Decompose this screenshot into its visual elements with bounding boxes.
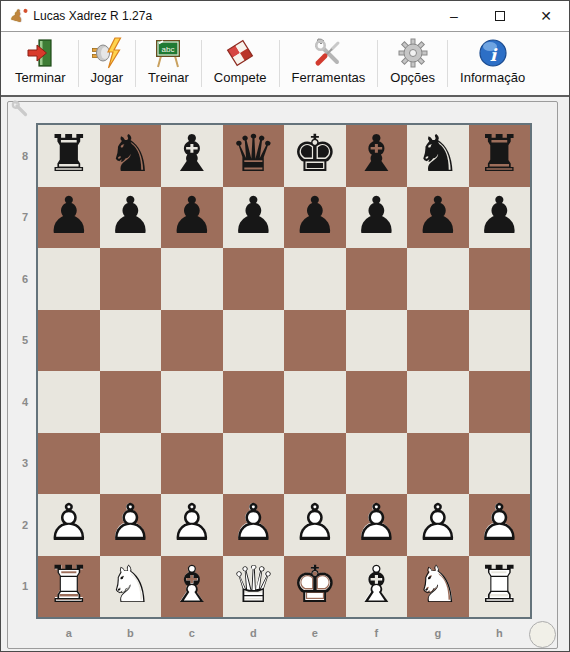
white-pawn[interactable]: ♟♙: [107, 497, 153, 548]
terminar-label: Terminar: [15, 70, 66, 85]
white-bishop[interactable]: ♝♗: [169, 559, 215, 610]
black-king[interactable]: ♚: [292, 128, 338, 179]
chalkboard-icon: abc: [152, 37, 184, 69]
square-g7[interactable]: ♟: [407, 187, 469, 249]
square-c2[interactable]: ♟♙: [161, 494, 223, 556]
square-f3[interactable]: [346, 433, 408, 495]
square-b4[interactable]: [100, 371, 162, 433]
square-g5[interactable]: [407, 310, 469, 372]
square-f6[interactable]: [346, 248, 408, 310]
square-h7[interactable]: ♟: [469, 187, 531, 249]
black-knight[interactable]: ♞: [107, 128, 153, 179]
compete-label: Compete: [214, 70, 267, 85]
square-h1[interactable]: ♜♖: [469, 556, 531, 618]
compete-button[interactable]: Compete: [204, 35, 277, 95]
square-e1[interactable]: ♚♔: [284, 556, 346, 618]
square-c6[interactable]: [161, 248, 223, 310]
square-b5[interactable]: [100, 310, 162, 372]
toolbar-separator: [78, 40, 79, 87]
rank-label-1: 1: [17, 556, 33, 618]
white-pawn[interactable]: ♟♙: [292, 497, 338, 548]
maximize-icon: [495, 11, 505, 21]
white-knight[interactable]: ♞♘: [107, 559, 153, 610]
square-b7[interactable]: ♟: [100, 187, 162, 249]
window-controls: – ✕: [431, 1, 569, 31]
square-d3[interactable]: [223, 433, 285, 495]
square-e5[interactable]: [284, 310, 346, 372]
rank-label-3: 3: [17, 433, 33, 495]
square-h5[interactable]: [469, 310, 531, 372]
white-knight[interactable]: ♞♘: [415, 559, 461, 610]
jogar-button[interactable]: Jogar: [81, 35, 134, 95]
file-label-h: h: [469, 623, 531, 643]
square-e7[interactable]: ♟: [284, 187, 346, 249]
square-g6[interactable]: [407, 248, 469, 310]
square-e8[interactable]: ♚: [284, 125, 346, 187]
square-f7[interactable]: ♟: [346, 187, 408, 249]
square-a6[interactable]: [38, 248, 100, 310]
square-e4[interactable]: [284, 371, 346, 433]
square-f4[interactable]: [346, 371, 408, 433]
white-rook[interactable]: ♜♖: [476, 559, 522, 610]
rank-label-4: 4: [17, 371, 33, 433]
window-title: Lucas Xadrez R 1.27a: [33, 9, 152, 23]
square-a4[interactable]: [38, 371, 100, 433]
close-button[interactable]: ✕: [523, 1, 569, 31]
square-f8[interactable]: ♝: [346, 125, 408, 187]
square-d5[interactable]: [223, 310, 285, 372]
jogar-label: Jogar: [91, 70, 124, 85]
black-pawn[interactable]: ♟: [107, 190, 153, 241]
square-g3[interactable]: [407, 433, 469, 495]
black-pawn[interactable]: ♟: [476, 190, 522, 241]
rank-label-2: 2: [17, 494, 33, 556]
square-b6[interactable]: [100, 248, 162, 310]
rank-label-8: 8: [17, 125, 33, 187]
opcoes-label: Opções: [390, 70, 435, 85]
square-a2[interactable]: ♟♙: [38, 494, 100, 556]
treinar-label: Treinar: [148, 70, 189, 85]
square-a7[interactable]: ♟: [38, 187, 100, 249]
ferramentas-label: Ferramentas: [292, 70, 366, 85]
square-b2[interactable]: ♟♙: [100, 494, 162, 556]
square-b3[interactable]: [100, 433, 162, 495]
square-g8[interactable]: ♞: [407, 125, 469, 187]
square-f5[interactable]: [346, 310, 408, 372]
square-d7[interactable]: ♟: [223, 187, 285, 249]
checkered-diamond-icon: [224, 37, 256, 69]
square-h4[interactable]: [469, 371, 531, 433]
board-panel: 87654321 ♜♞♝♛♚♝♞♜♟♟♟♟♟♟♟♟♟♙♟♙♟♙♟♙♟♙♟♙♟♙♟…: [7, 101, 558, 649]
square-b8[interactable]: ♞: [100, 125, 162, 187]
square-e3[interactable]: [284, 433, 346, 495]
toolbar-separator: [377, 40, 378, 87]
black-bishop[interactable]: ♝: [169, 128, 215, 179]
white-pawn[interactable]: ♟♙: [46, 497, 92, 548]
rank-label-7: 7: [17, 187, 33, 249]
file-labels: abcdefgh: [38, 623, 530, 643]
title-bar: ♟ Lucas Xadrez R 1.27a – ✕: [1, 1, 569, 32]
app-window: ♟ Lucas Xadrez R 1.27a – ✕ Terminar: [0, 0, 570, 652]
close-icon: ✕: [540, 8, 552, 24]
toolbar-separator: [201, 40, 202, 87]
white-king[interactable]: ♚♔: [292, 559, 338, 610]
chess-board: ♜♞♝♛♚♝♞♜♟♟♟♟♟♟♟♟♟♙♟♙♟♙♟♙♟♙♟♙♟♙♟♙♜♖♞♘♝♗♛♕…: [38, 125, 530, 617]
square-c3[interactable]: [161, 433, 223, 495]
minimize-button[interactable]: –: [431, 1, 477, 31]
square-f2[interactable]: ♟♙: [346, 494, 408, 556]
exit-door-icon: [24, 37, 56, 69]
square-c1[interactable]: ♝♗: [161, 556, 223, 618]
main-area: 87654321 ♜♞♝♛♚♝♞♜♟♟♟♟♟♟♟♟♟♙♟♙♟♙♟♙♟♙♟♙♟♙♟…: [1, 99, 569, 651]
square-c7[interactable]: ♟: [161, 187, 223, 249]
square-c4[interactable]: [161, 371, 223, 433]
toolbar-separator: [447, 40, 448, 87]
file-label-g: g: [407, 623, 469, 643]
opcoes-button[interactable]: Opções: [380, 35, 445, 95]
rank-label-6: 6: [17, 248, 33, 310]
file-label-e: e: [284, 623, 346, 643]
board-frame: ♜♞♝♛♚♝♞♜♟♟♟♟♟♟♟♟♟♙♟♙♟♙♟♙♟♙♟♙♟♙♟♙♜♖♞♘♝♗♛♕…: [36, 123, 532, 619]
square-g2[interactable]: ♟♙: [407, 494, 469, 556]
white-pawn[interactable]: ♟♙: [230, 497, 276, 548]
wrench-icon: [11, 100, 29, 118]
square-d2[interactable]: ♟♙: [223, 494, 285, 556]
black-pawn[interactable]: ♟: [230, 190, 276, 241]
tools-icon: [312, 37, 344, 69]
black-knight[interactable]: ♞: [415, 128, 461, 179]
file-label-a: a: [38, 623, 100, 643]
square-d4[interactable]: [223, 371, 285, 433]
rank-label-5: 5: [17, 310, 33, 372]
file-label-f: f: [346, 623, 408, 643]
square-c8[interactable]: ♝: [161, 125, 223, 187]
white-rook[interactable]: ♜♖: [46, 559, 92, 610]
file-label-d: d: [223, 623, 285, 643]
black-pawn[interactable]: ♟: [292, 190, 338, 241]
black-pawn[interactable]: ♟: [353, 190, 399, 241]
toolbar-separator: [279, 40, 280, 87]
square-h3[interactable]: [469, 433, 531, 495]
file-label-c: c: [161, 623, 223, 643]
terminar-button[interactable]: Terminar: [5, 35, 76, 95]
square-f1[interactable]: ♝♗: [346, 556, 408, 618]
maximize-button[interactable]: [477, 1, 523, 31]
square-d1[interactable]: ♛♕: [223, 556, 285, 618]
square-b1[interactable]: ♞♘: [100, 556, 162, 618]
plug-lightning-icon: [91, 37, 123, 69]
white-bishop[interactable]: ♝♗: [353, 559, 399, 610]
black-pawn[interactable]: ♟: [46, 190, 92, 241]
black-queen[interactable]: ♛: [230, 128, 276, 179]
white-pawn[interactable]: ♟♙: [353, 497, 399, 548]
ferramentas-button[interactable]: Ferramentas: [282, 35, 376, 95]
black-rook[interactable]: ♜: [46, 128, 92, 179]
pawn-icon: ♟: [8, 7, 26, 26]
square-d8[interactable]: ♛: [223, 125, 285, 187]
file-label-b: b: [100, 623, 162, 643]
toolbar-separator: [135, 40, 136, 87]
square-a1[interactable]: ♜♖: [38, 556, 100, 618]
corner-circle-indicator: [529, 621, 556, 648]
treinar-button[interactable]: abc Treinar: [138, 35, 199, 95]
white-pawn[interactable]: ♟♙: [415, 497, 461, 548]
informacao-label: Informação: [460, 70, 525, 85]
minimize-icon: –: [450, 8, 458, 24]
info-icon: i: [477, 37, 509, 69]
white-pawn[interactable]: ♟♙: [169, 497, 215, 548]
square-a8[interactable]: ♜: [38, 125, 100, 187]
square-c5[interactable]: [161, 310, 223, 372]
rank-labels: 87654321: [17, 125, 33, 617]
black-rook[interactable]: ♜: [476, 128, 522, 179]
black-pawn[interactable]: ♟: [415, 190, 461, 241]
square-h2[interactable]: ♟♙: [469, 494, 531, 556]
toolbar: Terminar Jogar abc Treinar: [1, 32, 569, 97]
gear-icon: [397, 37, 429, 69]
square-h6[interactable]: [469, 248, 531, 310]
square-g4[interactable]: [407, 371, 469, 433]
white-queen[interactable]: ♛♕: [230, 559, 276, 610]
square-a5[interactable]: [38, 310, 100, 372]
square-d6[interactable]: [223, 248, 285, 310]
svg-text:abc: abc: [162, 45, 175, 54]
square-h8[interactable]: ♜: [469, 125, 531, 187]
square-e2[interactable]: ♟♙: [284, 494, 346, 556]
square-g1[interactable]: ♞♘: [407, 556, 469, 618]
square-e6[interactable]: [284, 248, 346, 310]
black-bishop[interactable]: ♝: [353, 128, 399, 179]
square-a3[interactable]: [38, 433, 100, 495]
white-pawn[interactable]: ♟♙: [476, 497, 522, 548]
black-pawn[interactable]: ♟: [169, 190, 215, 241]
informacao-button[interactable]: i Informação: [450, 35, 535, 95]
